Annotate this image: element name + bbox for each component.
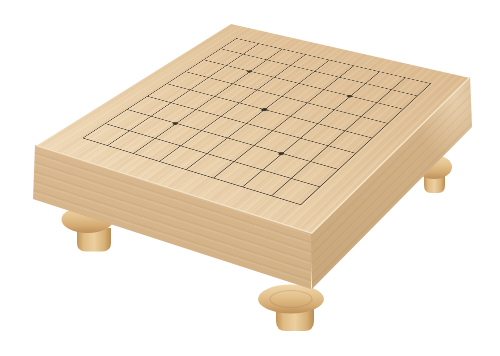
board-leg-front — [258, 285, 324, 332]
leg-cap — [258, 285, 324, 314]
goban-photo — [0, 0, 500, 356]
